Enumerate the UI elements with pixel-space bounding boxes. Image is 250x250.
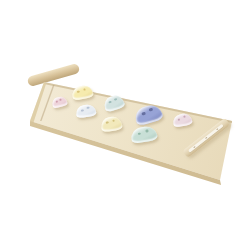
screw-hole xyxy=(60,98,62,100)
screw-hole xyxy=(149,108,153,112)
climbing-holds-layer xyxy=(0,0,250,250)
screw-hole xyxy=(145,129,149,132)
screw-hole xyxy=(56,100,58,102)
screw-hole xyxy=(106,121,109,124)
screw-hole xyxy=(87,106,90,108)
climbing-hold-periwinkle-blue xyxy=(133,102,163,125)
climbing-hold-pastel-yellow-mid xyxy=(100,115,123,132)
screw-hole xyxy=(137,132,141,135)
climbing-hold-pale-blue-white xyxy=(75,103,96,118)
climbing-hold-pastel-yellow-top xyxy=(71,84,94,100)
screw-hole xyxy=(141,111,145,115)
screw-hole xyxy=(77,90,80,93)
screw-hole xyxy=(109,101,112,104)
climbing-hold-pastel-mint xyxy=(130,125,158,144)
screw-hole xyxy=(177,117,180,119)
screw-hole xyxy=(81,108,84,110)
climbing-hold-pastel-pink-left xyxy=(51,95,68,108)
screw-hole xyxy=(83,87,86,90)
screw-hole xyxy=(112,119,115,122)
screw-hole xyxy=(182,115,185,117)
screw-hole xyxy=(114,98,117,101)
climbing-hold-pastel-pink-right xyxy=(172,112,193,127)
climbing-hold-pastel-aqua xyxy=(102,94,125,113)
product-photo-climbing-ramp xyxy=(0,0,250,250)
